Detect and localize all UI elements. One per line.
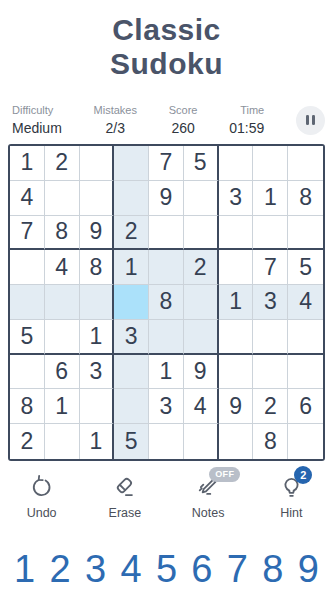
cell-r2c4[interactable] — [114, 181, 149, 216]
cell-r5c1[interactable] — [10, 285, 45, 320]
cell-r4c7[interactable] — [219, 250, 254, 285]
cell-r6c6[interactable] — [184, 320, 219, 355]
cell-r7c6[interactable]: 9 — [184, 355, 219, 390]
hint-button[interactable]: 2 Hint — [250, 473, 333, 520]
cell-r3c4[interactable]: 2 — [114, 216, 149, 251]
numpad-4[interactable]: 4 — [120, 550, 141, 588]
cell-r7c9[interactable] — [288, 355, 323, 390]
cell-r3c8[interactable] — [253, 216, 288, 251]
pause-icon — [306, 115, 309, 125]
cell-r2c2[interactable] — [45, 181, 80, 216]
cell-r9c4[interactable]: 5 — [114, 424, 149, 459]
cell-r2c1[interactable]: 4 — [10, 181, 45, 216]
cell-r2c9[interactable]: 8 — [288, 181, 323, 216]
cell-r3c3[interactable]: 9 — [80, 216, 115, 251]
cell-r3c5[interactable] — [149, 216, 184, 251]
cell-r8c6[interactable]: 4 — [184, 389, 219, 424]
hint-count-badge: 2 — [294, 466, 312, 484]
time-label: Time — [229, 104, 264, 116]
cell-r2c8[interactable]: 1 — [253, 181, 288, 216]
stat-mistakes: Mistakes 2/3 — [94, 104, 137, 136]
cell-r1c9[interactable] — [288, 146, 323, 181]
cell-r6c5[interactable] — [149, 320, 184, 355]
cell-r6c1[interactable]: 5 — [10, 320, 45, 355]
cell-r7c8[interactable] — [253, 355, 288, 390]
cell-r8c8[interactable]: 2 — [253, 389, 288, 424]
cell-r9c9[interactable] — [288, 424, 323, 459]
cell-r2c7[interactable]: 3 — [219, 181, 254, 216]
cell-r3c1[interactable]: 7 — [10, 216, 45, 251]
cell-r5c7[interactable]: 1 — [219, 285, 254, 320]
cell-r5c3[interactable] — [80, 285, 115, 320]
cell-r1c2[interactable]: 2 — [45, 146, 80, 181]
cell-r4c5[interactable] — [149, 250, 184, 285]
cell-r8c5[interactable]: 3 — [149, 389, 184, 424]
cell-r6c3[interactable]: 1 — [80, 320, 115, 355]
mistakes-value: 2/3 — [94, 120, 137, 136]
cell-r7c5[interactable]: 1 — [149, 355, 184, 390]
score-label: Score — [169, 104, 198, 116]
numpad-1[interactable]: 1 — [14, 550, 35, 588]
eraser-icon — [111, 473, 138, 500]
numpad-5[interactable]: 5 — [156, 550, 177, 588]
cell-r9c8[interactable]: 8 — [253, 424, 288, 459]
numpad-8[interactable]: 8 — [262, 550, 283, 588]
stats-bar: Difficulty Medium Mistakes 2/3 Score 260… — [0, 104, 333, 136]
sudoku-app: Classic Sudoku Difficulty Medium Mistake… — [0, 0, 333, 592]
cell-r1c3[interactable] — [80, 146, 115, 181]
page-title: Classic Sudoku — [0, 0, 333, 81]
cell-r3c2[interactable]: 8 — [45, 216, 80, 251]
cell-r5c4[interactable] — [114, 285, 149, 320]
difficulty-value: Medium — [12, 120, 62, 136]
cell-r5c9[interactable]: 4 — [288, 285, 323, 320]
cell-r9c6[interactable] — [184, 424, 219, 459]
cell-r9c2[interactable] — [45, 424, 80, 459]
cell-r8c7[interactable]: 9 — [219, 389, 254, 424]
cell-r1c8[interactable] — [253, 146, 288, 181]
cell-r4c2[interactable]: 4 — [45, 250, 80, 285]
cell-r9c3[interactable]: 1 — [80, 424, 115, 459]
score-value: 260 — [169, 120, 198, 136]
notes-label: Notes — [192, 506, 225, 520]
cell-r6c8[interactable] — [253, 320, 288, 355]
cell-r2c5[interactable]: 9 — [149, 181, 184, 216]
cell-r7c7[interactable] — [219, 355, 254, 390]
cell-r6c2[interactable] — [45, 320, 80, 355]
numpad-2[interactable]: 2 — [49, 550, 70, 588]
cell-r2c6[interactable] — [184, 181, 219, 216]
undo-icon — [28, 473, 55, 500]
number-pad: 1 2 3 4 5 6 7 8 9 — [0, 550, 333, 588]
cell-r5c5[interactable]: 8 — [149, 285, 184, 320]
time-value: 01:59 — [229, 120, 264, 136]
cell-r9c5[interactable] — [149, 424, 184, 459]
stat-score: Score 260 — [169, 104, 198, 136]
cell-r8c2[interactable]: 1 — [45, 389, 80, 424]
notes-button[interactable]: OFF Notes — [167, 473, 250, 520]
cell-r1c5[interactable]: 7 — [149, 146, 184, 181]
cell-r8c3[interactable] — [80, 389, 115, 424]
cell-r5c2[interactable] — [45, 285, 80, 320]
cell-r3c7[interactable] — [219, 216, 254, 251]
sudoku-board: 1275493187892481275813451363198134926215… — [8, 144, 325, 461]
cell-r8c4[interactable] — [114, 389, 149, 424]
hint-label: Hint — [280, 506, 302, 520]
difficulty-label: Difficulty — [12, 104, 62, 116]
numpad-7[interactable]: 7 — [227, 550, 248, 588]
erase-label: Erase — [109, 506, 142, 520]
cell-r1c4[interactable] — [114, 146, 149, 181]
cell-r5c6[interactable] — [184, 285, 219, 320]
stat-time: Time 01:59 — [229, 104, 264, 136]
cell-r1c7[interactable] — [219, 146, 254, 181]
cell-r9c7[interactable] — [219, 424, 254, 459]
title-line1: Classic — [112, 13, 221, 46]
cell-r3c6[interactable] — [184, 216, 219, 251]
cell-r7c4[interactable] — [114, 355, 149, 390]
cell-r4c6[interactable]: 2 — [184, 250, 219, 285]
numpad-3[interactable]: 3 — [85, 550, 106, 588]
undo-label: Undo — [27, 506, 57, 520]
cell-r8c9[interactable]: 6 — [288, 389, 323, 424]
cell-r8c1[interactable]: 8 — [10, 389, 45, 424]
cell-r4c1[interactable] — [10, 250, 45, 285]
toolbar: Undo Erase OFF Notes — [0, 473, 333, 520]
cell-r1c1[interactable]: 1 — [10, 146, 45, 181]
cell-r1c6[interactable]: 5 — [184, 146, 219, 181]
title-line2: Sudoku — [110, 47, 223, 80]
cell-r9c1[interactable]: 2 — [10, 424, 45, 459]
pause-button[interactable] — [296, 106, 325, 135]
cell-r5c8[interactable]: 3 — [253, 285, 288, 320]
cell-r2c3[interactable] — [80, 181, 115, 216]
cell-r4c8[interactable]: 7 — [253, 250, 288, 285]
stat-difficulty: Difficulty Medium — [12, 104, 62, 136]
cell-r6c7[interactable] — [219, 320, 254, 355]
notes-off-badge: OFF — [209, 467, 240, 482]
cell-r7c2[interactable]: 6 — [45, 355, 80, 390]
cell-r6c9[interactable] — [288, 320, 323, 355]
cell-r4c4[interactable]: 1 — [114, 250, 149, 285]
cell-r6c4[interactable]: 3 — [114, 320, 149, 355]
cell-r7c3[interactable]: 3 — [80, 355, 115, 390]
cell-r3c9[interactable] — [288, 216, 323, 251]
cell-r7c1[interactable] — [10, 355, 45, 390]
cell-r4c9[interactable]: 5 — [288, 250, 323, 285]
mistakes-label: Mistakes — [94, 104, 137, 116]
cell-r4c3[interactable]: 8 — [80, 250, 115, 285]
numpad-6[interactable]: 6 — [191, 550, 212, 588]
erase-button[interactable]: Erase — [83, 473, 166, 520]
undo-button[interactable]: Undo — [0, 473, 83, 520]
numpad-9[interactable]: 9 — [298, 550, 319, 588]
